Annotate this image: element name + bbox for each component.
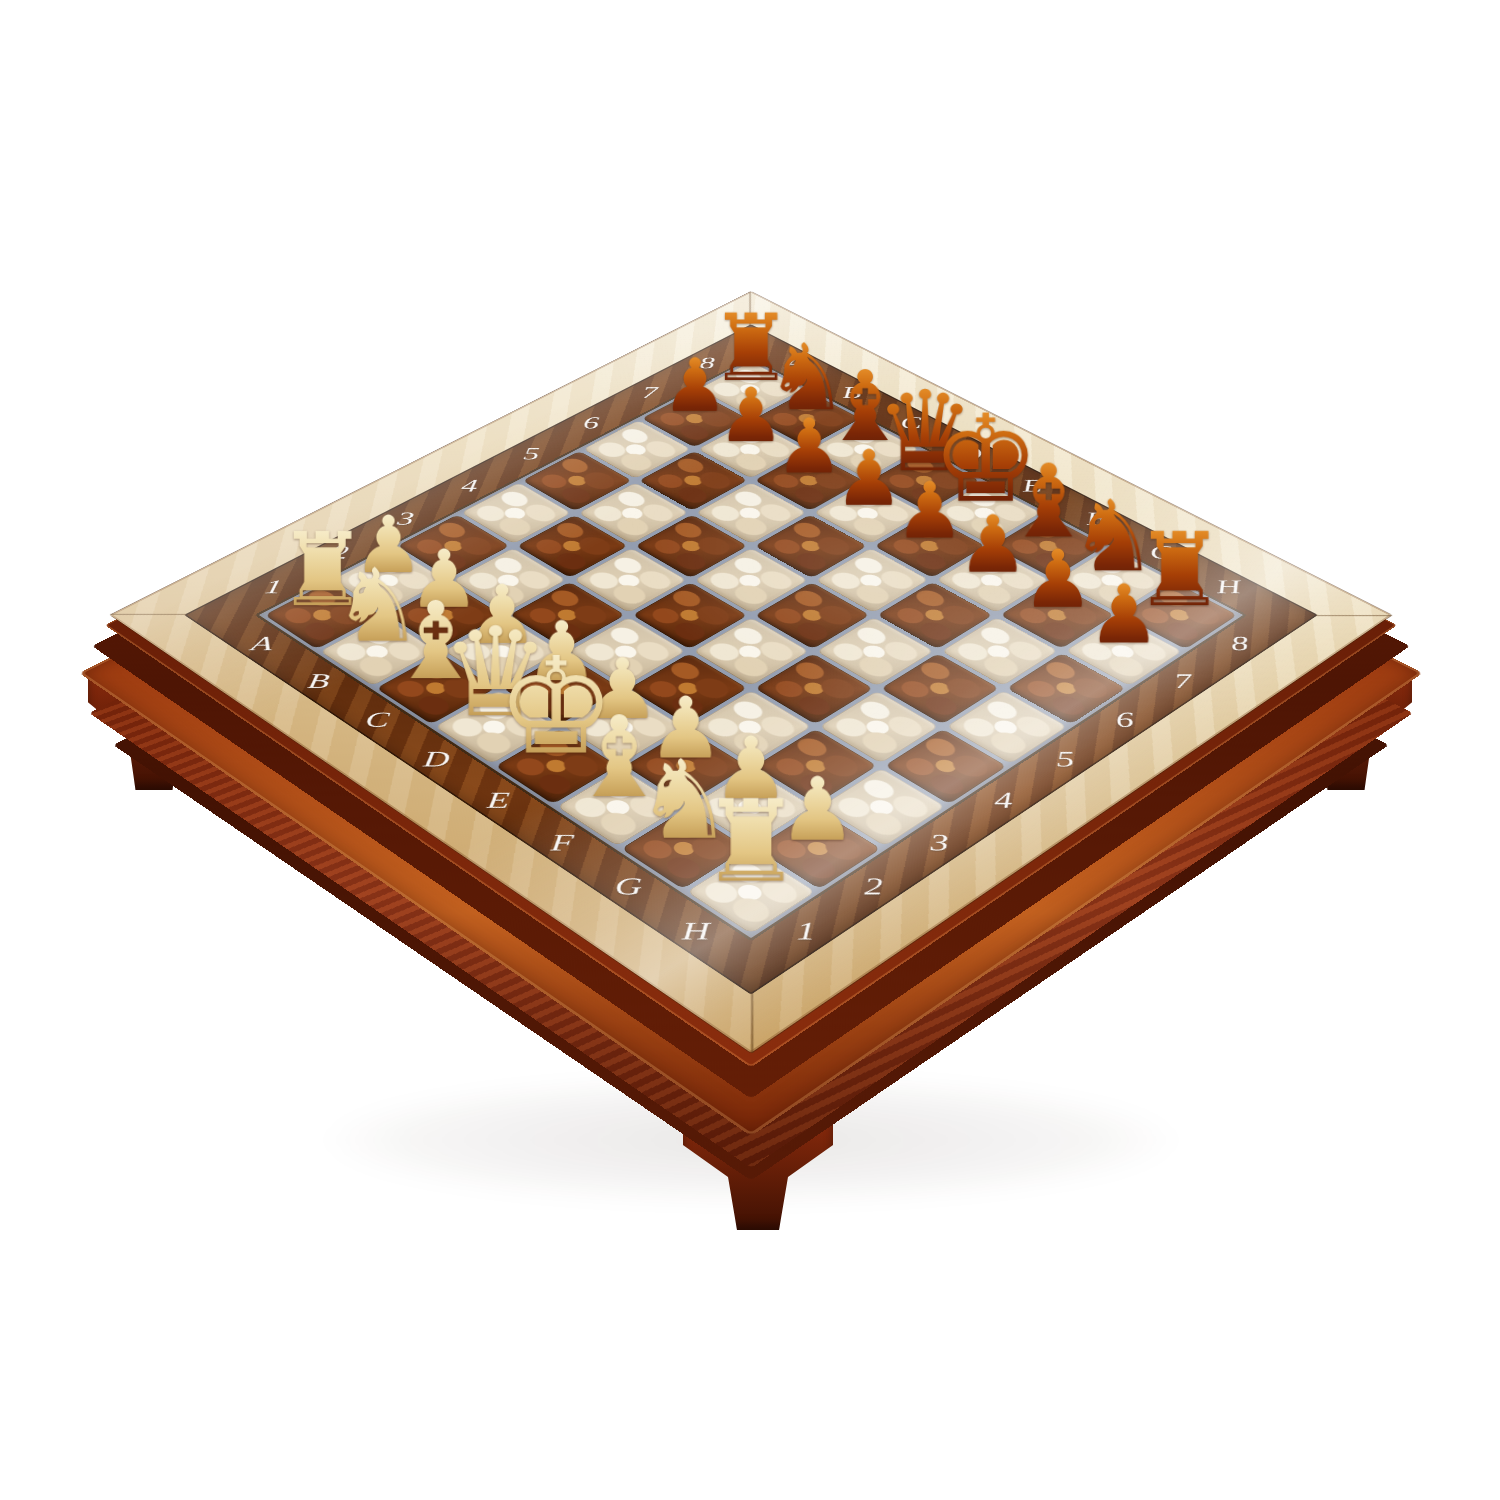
- piece-glyph: ♟: [1087, 575, 1160, 656]
- piece-glyph: ♟: [834, 441, 903, 518]
- miter-seam: [749, 292, 751, 360]
- file-label-b: B: [271, 666, 366, 697]
- amber-chess-set-photo: ABCDEFGH ABCDEFGH 87654321 87654321 ♜♜♞♞…: [0, 0, 1500, 1500]
- miter-seam: [110, 614, 260, 615]
- piece-glyph: ♟: [1021, 540, 1093, 620]
- piece-glyph: ♟: [957, 506, 1028, 585]
- board-top: ABCDEFGH ABCDEFGH 87654321 87654321 ♜♜♞♞…: [110, 292, 1391, 1053]
- piece-glyph: ♟: [775, 409, 843, 485]
- piece-glyph: ♜: [700, 785, 802, 898]
- piece-glyph: ♟: [895, 473, 965, 551]
